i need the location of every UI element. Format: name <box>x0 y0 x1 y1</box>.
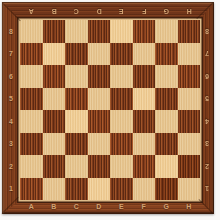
square-e5[interactable] <box>110 88 133 111</box>
square-e8[interactable] <box>110 20 133 43</box>
square-g6[interactable] <box>155 65 178 88</box>
chess-board: ABCDEFGH ABCDEFGH 87654321 87654321 <box>2 2 214 214</box>
rank-label-right-5: 5 <box>200 88 214 111</box>
square-a7[interactable] <box>20 43 43 66</box>
square-d5[interactable] <box>88 88 111 111</box>
square-d8[interactable] <box>88 20 111 43</box>
file-label-top-d: D <box>88 8 111 15</box>
square-f8[interactable] <box>133 20 156 43</box>
rank-label-right-1: 1 <box>200 178 214 201</box>
square-d4[interactable] <box>88 110 111 133</box>
square-b4[interactable] <box>43 110 66 133</box>
file-label-bottom-e: E <box>110 203 133 210</box>
square-c4[interactable] <box>65 110 88 133</box>
square-c3[interactable] <box>65 133 88 156</box>
square-a6[interactable] <box>20 65 43 88</box>
square-a1[interactable] <box>20 178 43 201</box>
square-d2[interactable] <box>88 155 111 178</box>
square-d3[interactable] <box>88 133 111 156</box>
rank-labels-right: 87654321 <box>200 20 214 200</box>
square-e6[interactable] <box>110 65 133 88</box>
square-d1[interactable] <box>88 178 111 201</box>
square-f4[interactable] <box>133 110 156 133</box>
rank-label-right-7: 7 <box>200 43 214 66</box>
square-f6[interactable] <box>133 65 156 88</box>
square-c1[interactable] <box>65 178 88 201</box>
file-labels-bottom: ABCDEFGH <box>20 200 200 214</box>
rank-label-left-1: 1 <box>2 178 20 201</box>
square-h1[interactable] <box>178 178 201 201</box>
square-h8[interactable] <box>178 20 201 43</box>
rank-label-left-2: 2 <box>2 155 20 178</box>
square-b8[interactable] <box>43 20 66 43</box>
square-h4[interactable] <box>178 110 201 133</box>
square-h3[interactable] <box>178 133 201 156</box>
square-b5[interactable] <box>43 88 66 111</box>
square-c2[interactable] <box>65 155 88 178</box>
square-f5[interactable] <box>133 88 156 111</box>
square-f3[interactable] <box>133 133 156 156</box>
square-f1[interactable] <box>133 178 156 201</box>
square-c5[interactable] <box>65 88 88 111</box>
square-c8[interactable] <box>65 20 88 43</box>
file-label-bottom-g: G <box>155 203 178 210</box>
square-a3[interactable] <box>20 133 43 156</box>
square-g3[interactable] <box>155 133 178 156</box>
square-g2[interactable] <box>155 155 178 178</box>
square-g7[interactable] <box>155 43 178 66</box>
file-label-top-h: H <box>178 8 201 15</box>
square-a8[interactable] <box>20 20 43 43</box>
rank-label-left-8: 8 <box>2 20 20 43</box>
square-h5[interactable] <box>178 88 201 111</box>
file-label-top-g: G <box>155 8 178 15</box>
file-label-bottom-a: A <box>20 203 43 210</box>
square-b6[interactable] <box>43 65 66 88</box>
square-d7[interactable] <box>88 43 111 66</box>
square-h2[interactable] <box>178 155 201 178</box>
square-b7[interactable] <box>43 43 66 66</box>
square-c7[interactable] <box>65 43 88 66</box>
board-grid <box>20 20 200 200</box>
square-b1[interactable] <box>43 178 66 201</box>
square-d6[interactable] <box>88 65 111 88</box>
square-e7[interactable] <box>110 43 133 66</box>
square-f2[interactable] <box>133 155 156 178</box>
square-e3[interactable] <box>110 133 133 156</box>
file-label-bottom-c: C <box>65 203 88 210</box>
square-a2[interactable] <box>20 155 43 178</box>
file-label-bottom-h: H <box>178 203 201 210</box>
rank-label-right-8: 8 <box>200 20 214 43</box>
square-e1[interactable] <box>110 178 133 201</box>
square-g1[interactable] <box>155 178 178 201</box>
square-e4[interactable] <box>110 110 133 133</box>
square-c6[interactable] <box>65 65 88 88</box>
square-h6[interactable] <box>178 65 201 88</box>
square-h7[interactable] <box>178 43 201 66</box>
square-f7[interactable] <box>133 43 156 66</box>
rank-label-left-5: 5 <box>2 88 20 111</box>
file-label-top-e: E <box>110 8 133 15</box>
file-labels-top: ABCDEFGH <box>20 2 200 20</box>
square-g5[interactable] <box>155 88 178 111</box>
rank-label-left-7: 7 <box>2 43 20 66</box>
rank-labels-left: 87654321 <box>2 20 20 200</box>
rank-label-right-4: 4 <box>200 110 214 133</box>
square-g8[interactable] <box>155 20 178 43</box>
file-label-bottom-b: B <box>43 203 66 210</box>
rank-label-right-3: 3 <box>200 133 214 156</box>
file-label-top-b: B <box>43 8 66 15</box>
rank-label-right-2: 2 <box>200 155 214 178</box>
file-label-bottom-d: D <box>88 203 111 210</box>
file-label-bottom-f: F <box>133 203 156 210</box>
rank-label-left-4: 4 <box>2 110 20 133</box>
rank-label-left-6: 6 <box>2 65 20 88</box>
square-g4[interactable] <box>155 110 178 133</box>
file-label-top-f: F <box>133 8 156 15</box>
square-e2[interactable] <box>110 155 133 178</box>
square-a5[interactable] <box>20 88 43 111</box>
square-b2[interactable] <box>43 155 66 178</box>
photo-background: ABCDEFGH ABCDEFGH 87654321 87654321 <box>0 0 220 220</box>
rank-label-left-3: 3 <box>2 133 20 156</box>
square-b3[interactable] <box>43 133 66 156</box>
file-label-top-a: A <box>20 8 43 15</box>
square-a4[interactable] <box>20 110 43 133</box>
rank-label-right-6: 6 <box>200 65 214 88</box>
file-label-top-c: C <box>65 8 88 15</box>
